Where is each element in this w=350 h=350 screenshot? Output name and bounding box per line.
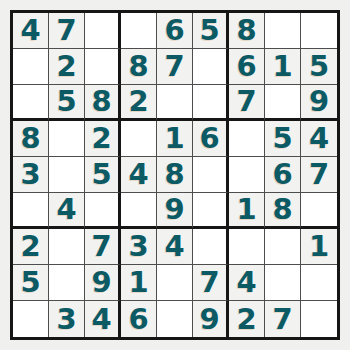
cell-r3c4: 2 <box>121 85 157 121</box>
cell-r6c1[interactable] <box>13 193 49 229</box>
cell-r9c6: 9 <box>193 301 229 337</box>
cell-r5c3: 5 <box>85 157 121 193</box>
cell-r8c3: 9 <box>85 265 121 301</box>
cell-r2c1[interactable] <box>13 49 49 85</box>
cell-r3c7: 7 <box>229 85 265 121</box>
cell-r1c9[interactable] <box>301 13 337 49</box>
cell-r1c2: 7 <box>49 13 85 49</box>
cell-r5c2[interactable] <box>49 157 85 193</box>
cell-r6c9[interactable] <box>301 193 337 229</box>
cell-r1c4[interactable] <box>121 13 157 49</box>
cell-r2c2: 2 <box>49 49 85 85</box>
cell-r2c6[interactable] <box>193 49 229 85</box>
cell-r4c7[interactable] <box>229 121 265 157</box>
cell-r7c9: 1 <box>301 229 337 265</box>
cell-r7c2[interactable] <box>49 229 85 265</box>
cell-r1c1: 4 <box>13 13 49 49</box>
cell-r8c2[interactable] <box>49 265 85 301</box>
cell-r3c5[interactable] <box>157 85 193 121</box>
cell-r1c8[interactable] <box>265 13 301 49</box>
cell-r8c5[interactable] <box>157 265 193 301</box>
cell-r5c5: 8 <box>157 157 193 193</box>
cell-r1c6: 5 <box>193 13 229 49</box>
cell-r3c2: 5 <box>49 85 85 121</box>
cell-r9c7: 2 <box>229 301 265 337</box>
cell-r2c3[interactable] <box>85 49 121 85</box>
cell-r6c8: 8 <box>265 193 301 229</box>
cell-r7c5: 4 <box>157 229 193 265</box>
cell-r3c8[interactable] <box>265 85 301 121</box>
cell-r5c6[interactable] <box>193 157 229 193</box>
cell-r7c1: 2 <box>13 229 49 265</box>
cell-r9c3: 4 <box>85 301 121 337</box>
cell-r4c1: 8 <box>13 121 49 157</box>
cell-r8c4: 1 <box>121 265 157 301</box>
cell-r6c6[interactable] <box>193 193 229 229</box>
cell-r4c2[interactable] <box>49 121 85 157</box>
cell-r7c6[interactable] <box>193 229 229 265</box>
cell-r8c9[interactable] <box>301 265 337 301</box>
cell-r5c1: 3 <box>13 157 49 193</box>
cell-r3c6[interactable] <box>193 85 229 121</box>
cell-r9c2: 3 <box>49 301 85 337</box>
cell-r1c7: 8 <box>229 13 265 49</box>
sudoku-board: 4765828761558279821654354867491827341591… <box>10 10 340 340</box>
cell-r6c2: 4 <box>49 193 85 229</box>
cell-r6c4[interactable] <box>121 193 157 229</box>
cell-r4c9: 4 <box>301 121 337 157</box>
cell-r2c8: 1 <box>265 49 301 85</box>
cell-r2c9: 5 <box>301 49 337 85</box>
cell-r1c5: 6 <box>157 13 193 49</box>
cell-r7c4: 3 <box>121 229 157 265</box>
cell-r6c7: 1 <box>229 193 265 229</box>
cell-r6c5: 9 <box>157 193 193 229</box>
cell-r3c9: 9 <box>301 85 337 121</box>
cell-r5c8: 6 <box>265 157 301 193</box>
cell-r2c4: 8 <box>121 49 157 85</box>
cell-r9c1[interactable] <box>13 301 49 337</box>
cell-r5c9: 7 <box>301 157 337 193</box>
cell-r9c8: 7 <box>265 301 301 337</box>
cell-r4c6: 6 <box>193 121 229 157</box>
cell-r3c1[interactable] <box>13 85 49 121</box>
cell-r7c7[interactable] <box>229 229 265 265</box>
cell-r3c3: 8 <box>85 85 121 121</box>
cell-r2c5: 7 <box>157 49 193 85</box>
cell-r7c3: 7 <box>85 229 121 265</box>
cell-r9c5[interactable] <box>157 301 193 337</box>
cell-r5c7[interactable] <box>229 157 265 193</box>
cell-r7c8[interactable] <box>265 229 301 265</box>
cell-r1c3[interactable] <box>85 13 121 49</box>
cell-r4c3: 2 <box>85 121 121 157</box>
cell-r5c4: 4 <box>121 157 157 193</box>
cell-r4c4[interactable] <box>121 121 157 157</box>
cell-r8c8[interactable] <box>265 265 301 301</box>
cell-r9c4: 6 <box>121 301 157 337</box>
cell-r4c5: 1 <box>157 121 193 157</box>
cell-r6c3[interactable] <box>85 193 121 229</box>
cell-r8c1: 5 <box>13 265 49 301</box>
cell-r8c6: 7 <box>193 265 229 301</box>
cell-r2c7: 6 <box>229 49 265 85</box>
cell-r8c7: 4 <box>229 265 265 301</box>
cell-r9c9[interactable] <box>301 301 337 337</box>
cell-r4c8: 5 <box>265 121 301 157</box>
